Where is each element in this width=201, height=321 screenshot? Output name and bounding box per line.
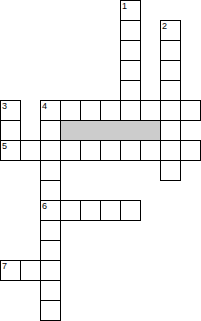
cell-r7c7[interactable]: [140, 140, 161, 161]
cell-r1c6[interactable]: [120, 20, 141, 41]
cell-r7c6[interactable]: [120, 140, 141, 161]
cell-r4c8[interactable]: [160, 80, 181, 101]
cell-r6c8[interactable]: [160, 120, 181, 141]
cell-r5c8[interactable]: [160, 100, 181, 121]
cell-r10c2[interactable]: 6: [40, 200, 61, 221]
cell-r14c2[interactable]: [40, 280, 61, 301]
cell-r5c4[interactable]: [80, 100, 101, 121]
cell-r2c6[interactable]: [120, 40, 141, 61]
cell-r10c3[interactable]: [60, 200, 81, 221]
clue-number-5: 5: [1, 141, 20, 151]
clue-number-7: 7: [1, 261, 20, 271]
cell-r5c0[interactable]: 3: [0, 100, 21, 121]
cell-r7c1[interactable]: [20, 140, 41, 161]
cell-r7c9[interactable]: [180, 140, 201, 161]
cell-r11c2[interactable]: [40, 220, 61, 241]
cell-r7c4[interactable]: [80, 140, 101, 161]
cell-r5c2[interactable]: 4: [40, 100, 61, 121]
cell-r3c6[interactable]: [120, 60, 141, 81]
cell-r13c2[interactable]: [40, 260, 61, 281]
cell-r5c9[interactable]: [180, 100, 201, 121]
clue-number-2: 2: [161, 21, 180, 31]
highlighted-word-slot[interactable]: [60, 120, 161, 141]
cell-r13c1[interactable]: [20, 260, 41, 281]
crossword-grid: 1234567: [0, 0, 201, 321]
cell-r10c4[interactable]: [80, 200, 101, 221]
cell-r6c2[interactable]: [40, 120, 61, 141]
cell-r13c0[interactable]: 7: [0, 260, 21, 281]
cell-r5c6[interactable]: [120, 100, 141, 121]
cell-r7c5[interactable]: [100, 140, 121, 161]
cell-r1c8[interactable]: 2: [160, 20, 181, 41]
cell-r2c8[interactable]: [160, 40, 181, 61]
cell-r8c2[interactable]: [40, 160, 61, 181]
clue-number-3: 3: [1, 101, 20, 111]
cell-r8c8[interactable]: [160, 160, 181, 181]
clue-number-4: 4: [41, 101, 60, 111]
cell-r15c2[interactable]: [40, 300, 61, 321]
clue-number-6: 6: [41, 201, 60, 211]
cell-r5c7[interactable]: [140, 100, 161, 121]
cell-r5c5[interactable]: [100, 100, 121, 121]
cell-r10c6[interactable]: [120, 200, 141, 221]
clue-number-1: 1: [121, 1, 140, 11]
cell-r3c8[interactable]: [160, 60, 181, 81]
cell-r6c0[interactable]: [0, 120, 21, 141]
cell-r0c6[interactable]: 1: [120, 0, 141, 21]
cell-r4c6[interactable]: [120, 80, 141, 101]
cell-r7c2[interactable]: [40, 140, 61, 161]
cell-r7c0[interactable]: 5: [0, 140, 21, 161]
cell-r7c8[interactable]: [160, 140, 181, 161]
cell-r5c3[interactable]: [60, 100, 81, 121]
cell-r9c2[interactable]: [40, 180, 61, 201]
cell-r12c2[interactable]: [40, 240, 61, 261]
cell-r10c5[interactable]: [100, 200, 121, 221]
cell-r7c3[interactable]: [60, 140, 81, 161]
